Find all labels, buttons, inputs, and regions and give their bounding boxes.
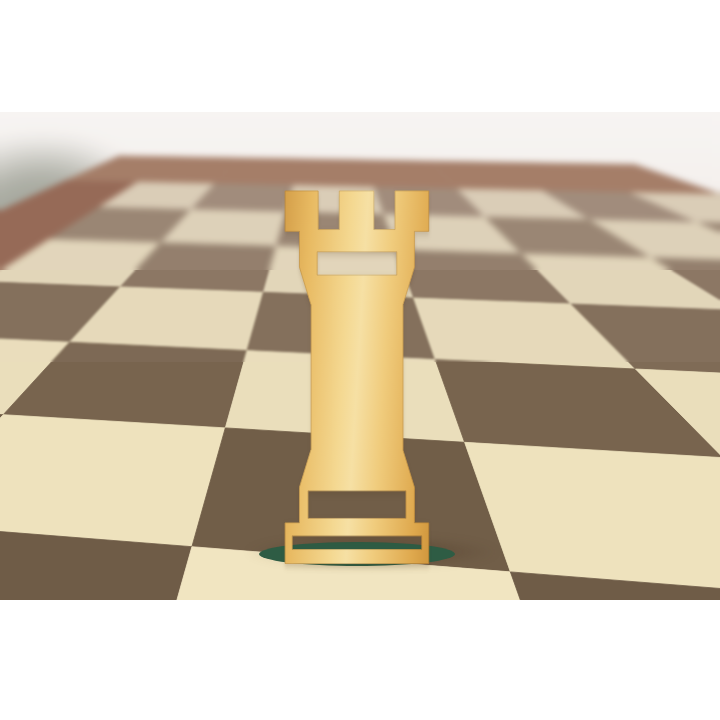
white-rook-piece: ♜: [243, 132, 472, 600]
product-photo-canvas: { "game": "chess", "scene": "product pho…: [0, 0, 720, 720]
light-square: [0, 415, 225, 547]
photo-area: ♜: [0, 112, 720, 600]
